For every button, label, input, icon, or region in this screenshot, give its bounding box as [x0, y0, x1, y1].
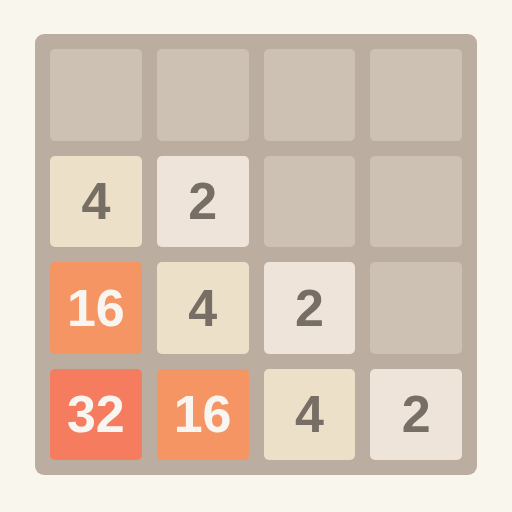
empty-cell-r1c2 — [157, 49, 249, 141]
tile-16-r3c1: 16 — [50, 262, 142, 354]
empty-cell-r2c3 — [264, 156, 356, 248]
board-2048[interactable]: 421642321642 — [35, 34, 477, 475]
tile-32-r4c1: 32 — [50, 369, 142, 461]
empty-cell-r2c4 — [370, 156, 462, 248]
empty-cell-r3c4 — [370, 262, 462, 354]
empty-cell-r1c1 — [50, 49, 142, 141]
empty-cell-r1c3 — [264, 49, 356, 141]
tile-2-r4c4: 2 — [370, 369, 462, 461]
empty-cell-r1c4 — [370, 49, 462, 141]
tile-2-r3c3: 2 — [264, 262, 356, 354]
tile-2-r2c2: 2 — [157, 156, 249, 248]
tile-16-r4c2: 16 — [157, 369, 249, 461]
tile-4-r4c3: 4 — [264, 369, 356, 461]
tile-4-r3c2: 4 — [157, 262, 249, 354]
tile-4-r2c1: 4 — [50, 156, 142, 248]
tile-grid: 421642321642 — [50, 49, 462, 460]
